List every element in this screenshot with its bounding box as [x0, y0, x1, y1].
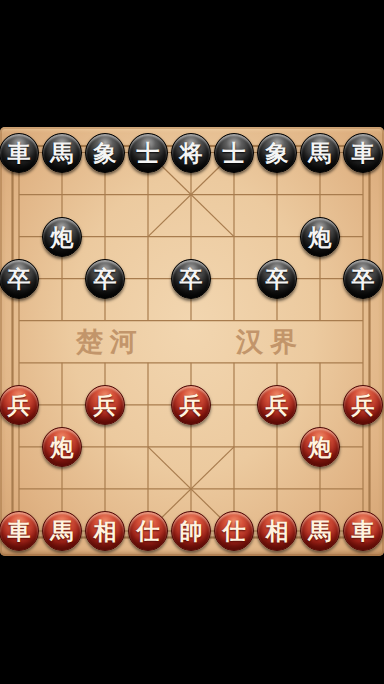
- piece-glyph: 帥: [180, 520, 203, 543]
- piece-black-advisor[interactable]: 士: [128, 133, 168, 173]
- xiangqi-board[interactable]: 楚河 汉界 車馬象士将士象馬車炮炮卒卒卒卒卒兵兵兵兵兵炮炮車馬相仕帥仕相馬車: [0, 127, 384, 556]
- letterbox-bottom: [0, 556, 384, 684]
- piece-glyph: 士: [223, 142, 246, 165]
- piece-red-soldier[interactable]: 兵: [343, 385, 383, 425]
- piece-black-general[interactable]: 将: [171, 133, 211, 173]
- piece-red-elephant[interactable]: 相: [85, 511, 125, 551]
- piece-glyph: 卒: [94, 268, 117, 291]
- piece-red-soldier[interactable]: 兵: [171, 385, 211, 425]
- piece-red-chariot[interactable]: 車: [343, 511, 383, 551]
- pieces-layer: 車馬象士将士象馬車炮炮卒卒卒卒卒兵兵兵兵兵炮炮車馬相仕帥仕相馬車: [0, 127, 384, 556]
- piece-red-soldier[interactable]: 兵: [0, 385, 39, 425]
- piece-glyph: 将: [180, 142, 203, 165]
- piece-glyph: 車: [8, 520, 31, 543]
- piece-red-advisor[interactable]: 仕: [128, 511, 168, 551]
- piece-black-soldier[interactable]: 卒: [0, 259, 39, 299]
- piece-black-horse[interactable]: 馬: [42, 133, 82, 173]
- piece-black-chariot[interactable]: 車: [343, 133, 383, 173]
- piece-black-soldier[interactable]: 卒: [257, 259, 297, 299]
- piece-glyph: 馬: [51, 142, 74, 165]
- piece-glyph: 相: [94, 520, 117, 543]
- piece-glyph: 炮: [51, 226, 74, 249]
- piece-glyph: 卒: [8, 268, 31, 291]
- piece-glyph: 兵: [8, 394, 31, 417]
- piece-glyph: 象: [94, 142, 117, 165]
- piece-red-general[interactable]: 帥: [171, 511, 211, 551]
- piece-red-horse[interactable]: 馬: [300, 511, 340, 551]
- piece-glyph: 卒: [266, 268, 289, 291]
- piece-black-elephant[interactable]: 象: [257, 133, 297, 173]
- piece-glyph: 仕: [137, 520, 160, 543]
- piece-red-advisor[interactable]: 仕: [214, 511, 254, 551]
- piece-black-cannon[interactable]: 炮: [300, 217, 340, 257]
- piece-glyph: 炮: [51, 436, 74, 459]
- piece-black-cannon[interactable]: 炮: [42, 217, 82, 257]
- piece-glyph: 兵: [180, 394, 203, 417]
- piece-glyph: 炮: [309, 436, 332, 459]
- piece-glyph: 卒: [352, 268, 375, 291]
- piece-glyph: 兵: [94, 394, 117, 417]
- piece-red-elephant[interactable]: 相: [257, 511, 297, 551]
- piece-black-soldier[interactable]: 卒: [343, 259, 383, 299]
- piece-glyph: 卒: [180, 268, 203, 291]
- piece-glyph: 車: [352, 520, 375, 543]
- app-screen: 楚河 汉界 車馬象士将士象馬車炮炮卒卒卒卒卒兵兵兵兵兵炮炮車馬相仕帥仕相馬車: [0, 0, 384, 684]
- piece-black-advisor[interactable]: 士: [214, 133, 254, 173]
- piece-glyph: 相: [266, 520, 289, 543]
- piece-red-soldier[interactable]: 兵: [85, 385, 125, 425]
- piece-black-soldier[interactable]: 卒: [85, 259, 125, 299]
- piece-glyph: 象: [266, 142, 289, 165]
- piece-black-soldier[interactable]: 卒: [171, 259, 211, 299]
- piece-red-horse[interactable]: 馬: [42, 511, 82, 551]
- piece-glyph: 車: [352, 142, 375, 165]
- piece-black-elephant[interactable]: 象: [85, 133, 125, 173]
- piece-red-soldier[interactable]: 兵: [257, 385, 297, 425]
- piece-glyph: 車: [8, 142, 31, 165]
- piece-glyph: 炮: [309, 226, 332, 249]
- piece-black-horse[interactable]: 馬: [300, 133, 340, 173]
- piece-glyph: 仕: [223, 520, 246, 543]
- piece-glyph: 兵: [266, 394, 289, 417]
- piece-red-cannon[interactable]: 炮: [42, 427, 82, 467]
- piece-glyph: 馬: [309, 520, 332, 543]
- piece-red-cannon[interactable]: 炮: [300, 427, 340, 467]
- piece-black-chariot[interactable]: 車: [0, 133, 39, 173]
- piece-red-chariot[interactable]: 車: [0, 511, 39, 551]
- piece-glyph: 兵: [352, 394, 375, 417]
- piece-glyph: 士: [137, 142, 160, 165]
- letterbox-top: [0, 0, 384, 127]
- piece-glyph: 馬: [309, 142, 332, 165]
- piece-glyph: 馬: [51, 520, 74, 543]
